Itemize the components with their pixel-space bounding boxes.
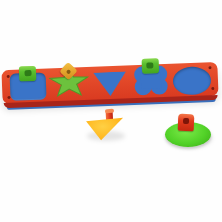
knob-hole: [24, 70, 31, 76]
knob-hole: [183, 118, 189, 124]
slot-grid: [1, 62, 218, 104]
knob-hole: [147, 62, 154, 68]
red-peg-top: [105, 109, 114, 113]
photo-scene: [0, 0, 222, 222]
loose-circle-piece[interactable]: [163, 112, 213, 147]
corner-hole: [211, 87, 214, 90]
loose-triangle-piece[interactable]: [83, 109, 127, 142]
triangle-hole: [93, 70, 128, 96]
slot-circle[interactable]: [172, 66, 211, 95]
slot-square[interactable]: [10, 72, 47, 100]
circle-hole: [172, 66, 211, 95]
slot-star[interactable]: [49, 67, 90, 104]
red-loop-knob[interactable]: [178, 114, 195, 132]
slot-triangle[interactable]: [93, 70, 128, 96]
green-loop-knob[interactable]: [141, 58, 159, 74]
knob-hole: [66, 68, 72, 74]
green-loop-knob[interactable]: [19, 66, 37, 82]
slot-clover[interactable]: [131, 64, 170, 99]
puzzle-board: [1, 62, 218, 104]
